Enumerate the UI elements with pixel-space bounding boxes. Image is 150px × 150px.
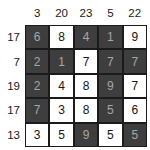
sumplete-puzzle-page: 3202352217684197217771924897177385613359… (0, 0, 150, 150)
grid-cell-r2c2-removed[interactable]: 1 (49, 49, 73, 73)
grid-cell-r5c2-kept[interactable]: 5 (49, 123, 73, 147)
grid-cell-r2c3-kept[interactable]: 7 (74, 49, 98, 73)
grid-cell-r1c4-removed[interactable]: 1 (98, 25, 122, 49)
col-target-4: 5 (98, 0, 122, 25)
grid-cell-r5c4-kept[interactable]: 5 (98, 123, 122, 147)
row-target-3: 19 (0, 74, 25, 98)
grid-cell-r5c5-removed[interactable]: 5 (123, 123, 147, 147)
col-target-5: 22 (123, 0, 147, 25)
row-target-5: 13 (0, 123, 25, 147)
grid-cell-r3c2-kept[interactable]: 4 (49, 74, 73, 98)
grid-cell-r1c3-removed[interactable]: 4 (74, 25, 98, 49)
col-target-1: 3 (25, 0, 49, 25)
grid-cell-r2c4-removed[interactable]: 7 (98, 49, 122, 73)
grid-cell-r4c5-kept[interactable]: 6 (123, 98, 147, 122)
grid-cell-r4c1-removed[interactable]: 7 (25, 98, 49, 122)
grid-cell-r4c4-removed[interactable]: 5 (98, 98, 122, 122)
puzzle-grid: 3202352217684197217771924897177385613359… (0, 0, 147, 147)
grid-cell-r3c1-removed[interactable]: 2 (25, 74, 49, 98)
grid-cell-r2c5-removed[interactable]: 7 (123, 49, 147, 73)
grid-cell-r1c2-kept[interactable]: 8 (49, 25, 73, 49)
grid-cell-r1c1-removed[interactable]: 6 (25, 25, 49, 49)
grid-cell-r5c1-kept[interactable]: 3 (25, 123, 49, 147)
grid-cell-r3c3-kept[interactable]: 8 (74, 74, 98, 98)
row-target-1: 17 (0, 25, 25, 49)
grid-cell-r1c5-kept[interactable]: 9 (123, 25, 147, 49)
grid-cell-r3c4-removed[interactable]: 9 (98, 74, 122, 98)
grid-cell-r5c3-removed[interactable]: 9 (74, 123, 98, 147)
col-target-3: 23 (74, 0, 98, 25)
grid-cell-r2c1-removed[interactable]: 2 (25, 49, 49, 73)
grid-cell-r3c5-kept[interactable]: 7 (123, 74, 147, 98)
grid-cell-r4c3-kept[interactable]: 8 (74, 98, 98, 122)
grid-cell-r4c2-kept[interactable]: 3 (49, 98, 73, 122)
col-target-2: 20 (49, 0, 73, 25)
corner-spacer (0, 0, 25, 25)
row-target-2: 7 (0, 49, 25, 73)
row-target-4: 17 (0, 98, 25, 122)
